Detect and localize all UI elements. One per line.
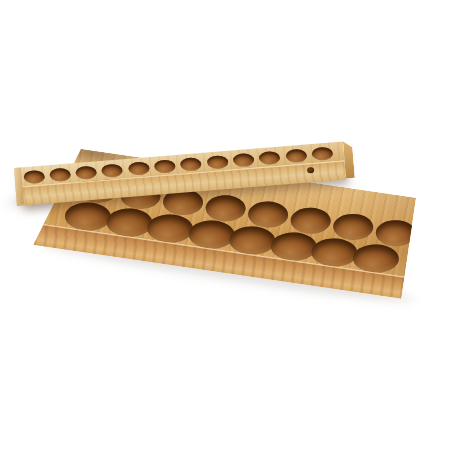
pit-large-far-6[interactable] xyxy=(290,207,331,234)
pit-small-10[interactable] xyxy=(259,151,280,164)
pit-small-8[interactable] xyxy=(207,155,228,168)
pit-large-near-3[interactable] xyxy=(147,214,194,243)
pit-small-9[interactable] xyxy=(233,153,254,166)
pit-large-far-7[interactable] xyxy=(333,213,374,240)
pit-large-near-1[interactable] xyxy=(65,202,112,231)
pit-large-far-5[interactable] xyxy=(248,201,289,228)
scene xyxy=(0,0,450,450)
pit-large-near-4[interactable] xyxy=(188,220,235,249)
pit-small-12[interactable] xyxy=(312,147,333,160)
pit-large-near-6[interactable] xyxy=(270,232,317,261)
pit-large-near-8[interactable] xyxy=(352,244,399,273)
pit-small-5[interactable] xyxy=(128,161,149,174)
pit-small-11[interactable] xyxy=(285,149,306,162)
pit-large-near-2[interactable] xyxy=(106,208,153,237)
pit-small-1[interactable] xyxy=(23,170,44,183)
pit-small-6[interactable] xyxy=(154,159,175,172)
pit-large-far-4[interactable] xyxy=(205,195,246,222)
pit-large-near-7[interactable] xyxy=(311,238,358,267)
pit-large-near-5[interactable] xyxy=(229,226,276,255)
pit-small-3[interactable] xyxy=(76,166,97,179)
pit-small-2[interactable] xyxy=(49,168,70,181)
pit-large-far-8[interactable] xyxy=(375,220,416,247)
pit-small-4[interactable] xyxy=(102,164,123,177)
pit-small-7[interactable] xyxy=(181,157,202,170)
